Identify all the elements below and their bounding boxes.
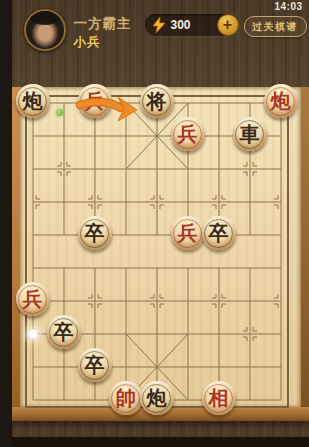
piece-red-soldier[interactable]: 兵 [171, 117, 205, 151]
piece-black-soldier[interactable]: 卒 [202, 216, 236, 250]
puzzle-book-button[interactable]: 过关棋谱 [244, 16, 307, 37]
pieces-layer: 炮兵将炮兵車卒兵卒兵卒卒帥炮相 [12, 0, 309, 447]
piece-black-cannon[interactable]: 炮 [140, 381, 174, 415]
player-rank: 小兵 [74, 34, 101, 51]
add-energy-button[interactable]: + [217, 14, 239, 36]
clock-time: 14:03 [274, 1, 302, 12]
piece-black-general[interactable]: 将 [140, 84, 174, 118]
avatar-face [30, 9, 60, 25]
piece-black-soldier[interactable]: 卒 [47, 315, 81, 349]
piece-red-soldier[interactable]: 兵 [16, 282, 50, 316]
piece-black-chariot[interactable]: 車 [233, 117, 267, 151]
piece-red-cannon[interactable]: 炮 [264, 84, 298, 118]
piece-black-soldier[interactable]: 卒 [78, 348, 112, 382]
piece-red-soldier[interactable]: 兵 [171, 216, 205, 250]
lightning-icon [153, 17, 165, 33]
energy-meter: 300 + [145, 14, 237, 36]
piece-red-elephant[interactable]: 相 [202, 381, 236, 415]
piece-black-soldier[interactable]: 卒 [78, 216, 112, 250]
xiangqi-app-screen: 14:03 一方霸主 小兵 300 + 过关棋谱 炮兵将炮兵車卒兵卒兵卒卒帥炮相 [12, 0, 309, 447]
player-avatar[interactable] [24, 9, 66, 51]
xiangqi-board[interactable]: 炮兵将炮兵車卒兵卒兵卒卒帥炮相 [12, 0, 309, 447]
player-title: 一方霸主 [74, 15, 132, 33]
piece-black-cannon[interactable]: 炮 [16, 84, 50, 118]
energy-value: 300 [171, 18, 191, 32]
piece-red-soldier[interactable]: 兵 [78, 84, 112, 118]
piece-red-general[interactable]: 帥 [109, 381, 143, 415]
